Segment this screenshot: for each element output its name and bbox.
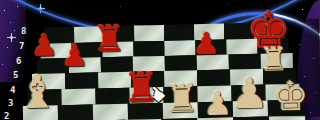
square-a5[interactable]: [32, 73, 65, 90]
square-a3[interactable]: [23, 105, 58, 120]
square-b7[interactable]: [71, 42, 102, 58]
square-h7[interactable]: [257, 38, 288, 54]
square-e8[interactable]: [164, 24, 194, 41]
square-c4[interactable]: [95, 88, 129, 105]
square-g6[interactable]: [229, 54, 261, 70]
rank-label-3: 3: [8, 99, 13, 108]
square-d2[interactable]: [125, 119, 161, 120]
square-h6[interactable]: [261, 53, 293, 69]
square-g4[interactable]: [231, 85, 265, 102]
square-h2[interactable]: [269, 116, 305, 120]
square-a4[interactable]: [27, 89, 61, 106]
square-f4[interactable]: [197, 85, 231, 102]
square-g8[interactable]: [224, 23, 254, 40]
square-c6[interactable]: [101, 57, 133, 73]
square-f8[interactable]: [194, 24, 224, 41]
square-b3[interactable]: [58, 105, 93, 120]
rank-label-8: 8: [21, 27, 26, 36]
square-f7[interactable]: [195, 39, 226, 55]
rank-label-2: 2: [4, 112, 9, 120]
square-c3[interactable]: [93, 104, 128, 120]
square-a7[interactable]: [40, 43, 71, 59]
square-f2[interactable]: [197, 117, 233, 120]
square-b8[interactable]: [74, 26, 104, 43]
square-h8[interactable]: [254, 22, 284, 39]
square-e2[interactable]: [161, 118, 197, 120]
rank-label-7: 7: [19, 42, 24, 51]
square-g3[interactable]: [233, 101, 268, 118]
square-c8[interactable]: [104, 26, 134, 43]
square-e6[interactable]: [165, 55, 197, 71]
square-f3[interactable]: [198, 101, 233, 118]
square-f5[interactable]: [197, 69, 230, 86]
square-e7[interactable]: [164, 40, 195, 56]
square-h4[interactable]: [265, 84, 299, 101]
chess-game-screen: { "game": "chess", "scene": "3D marble c…: [0, 0, 320, 120]
rank-label-5: 5: [13, 71, 18, 80]
square-g2[interactable]: [233, 117, 269, 120]
square-b4[interactable]: [61, 88, 95, 105]
square-h3[interactable]: [268, 100, 303, 117]
square-a8[interactable]: [44, 27, 74, 44]
square-d6[interactable]: [133, 56, 165, 72]
square-b5[interactable]: [65, 72, 98, 89]
square-g7[interactable]: [226, 39, 257, 55]
square-e3[interactable]: [163, 102, 198, 119]
square-g5[interactable]: [230, 69, 263, 86]
square-f6[interactable]: [197, 54, 229, 70]
square-c5[interactable]: [98, 72, 131, 89]
square-h5[interactable]: [263, 68, 296, 85]
square-a6[interactable]: [37, 58, 69, 74]
square-e5[interactable]: [164, 70, 197, 87]
rank-label-6: 6: [16, 57, 21, 66]
square-d7[interactable]: [133, 41, 164, 57]
stars: [0, 0, 1, 1]
rank-label-4: 4: [10, 86, 15, 95]
square-b6[interactable]: [69, 57, 101, 73]
square-d8[interactable]: [134, 25, 164, 42]
square-c7[interactable]: [102, 42, 133, 58]
